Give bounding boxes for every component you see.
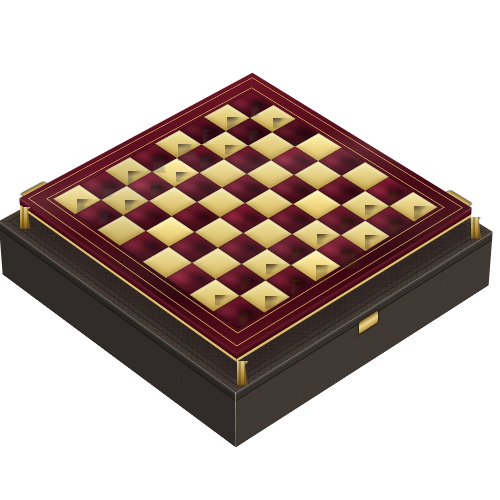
square-h5[interactable]	[295, 133, 342, 161]
square-d6[interactable]	[174, 173, 222, 202]
square-d7[interactable]	[152, 158, 199, 187]
square-f6[interactable]	[224, 146, 271, 174]
square-g6[interactable]	[248, 132, 295, 160]
square-d8[interactable]	[130, 144, 177, 172]
square-e7[interactable]	[177, 145, 224, 173]
square-f7[interactable]	[202, 131, 249, 159]
square-g8[interactable]	[204, 104, 250, 131]
rook-glyph: ♜	[200, 252, 278, 322]
square-f5[interactable]	[247, 160, 294, 189]
square-h6[interactable]	[272, 119, 318, 147]
square-e5[interactable]	[222, 174, 270, 203]
chess-set-photo: ♜♜♟♟♞♞♟♟♝♝♟♟♚♚♟♟♛♛♟♟♝♝♟♟♟♟♞♞♜♜♟♟♟♟♜♜♞♞♟♟…	[0, 0, 500, 500]
square-e6[interactable]	[199, 159, 246, 188]
square-e8[interactable]	[155, 130, 202, 158]
square-h8[interactable]	[228, 91, 274, 118]
square-f8[interactable]	[180, 117, 226, 145]
square-g5[interactable]	[271, 146, 318, 174]
square-g7[interactable]	[226, 118, 272, 146]
pawn-glyph: ♟	[62, 169, 137, 221]
scene-3d: ♜♜♟♟♞♞♟♟♝♝♟♟♚♚♟♟♛♛♟♟♝♝♟♟♟♟♞♞♜♜♟♟♟♟♜♜♞♞♟♟…	[19, 73, 471, 353]
brass-latch	[359, 310, 378, 334]
square-h7[interactable]	[250, 105, 296, 132]
